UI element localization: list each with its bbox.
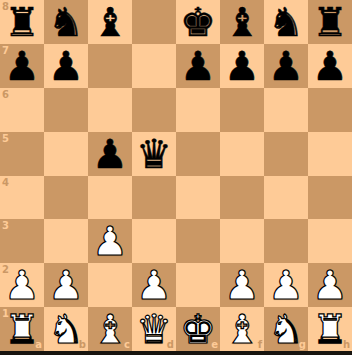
square-b3[interactable] [44, 219, 88, 263]
square-b8[interactable]: ♞ [44, 0, 88, 44]
square-f1[interactable]: f♝ [220, 307, 264, 351]
white-queen[interactable]: ♛ [132, 307, 176, 351]
white-pawn[interactable]: ♟ [44, 263, 88, 307]
black-rook[interactable]: ♜ [308, 0, 352, 44]
square-f6[interactable] [220, 88, 264, 132]
square-h4[interactable] [308, 176, 352, 220]
black-pawn[interactable]: ♟ [0, 44, 44, 88]
square-h3[interactable] [308, 219, 352, 263]
square-e3[interactable] [176, 219, 220, 263]
white-rook[interactable]: ♜ [0, 307, 44, 351]
black-bishop[interactable]: ♝ [220, 0, 264, 44]
rank-label-5: 5 [2, 133, 9, 144]
black-knight[interactable]: ♞ [264, 0, 308, 44]
square-d8[interactable] [132, 0, 176, 44]
square-e8[interactable]: ♚ [176, 0, 220, 44]
white-pawn[interactable]: ♟ [0, 263, 44, 307]
square-g7[interactable]: ♟ [264, 44, 308, 88]
black-pawn[interactable]: ♟ [176, 44, 220, 88]
black-pawn[interactable]: ♟ [264, 44, 308, 88]
square-g2[interactable]: ♟ [264, 263, 308, 307]
square-c1[interactable]: c♝ [88, 307, 132, 351]
square-c5[interactable]: ♟ [88, 132, 132, 176]
square-a1[interactable]: 1a♜ [0, 307, 44, 351]
square-h8[interactable]: ♜ [308, 0, 352, 44]
white-bishop[interactable]: ♝ [220, 307, 264, 351]
black-king[interactable]: ♚ [176, 0, 220, 44]
square-b6[interactable] [44, 88, 88, 132]
rank-label-3: 3 [2, 220, 9, 231]
square-b7[interactable]: ♟ [44, 44, 88, 88]
black-pawn[interactable]: ♟ [220, 44, 264, 88]
square-g8[interactable]: ♞ [264, 0, 308, 44]
square-e6[interactable] [176, 88, 220, 132]
square-g5[interactable] [264, 132, 308, 176]
rank-label-6: 6 [2, 89, 9, 100]
white-pawn[interactable]: ♟ [264, 263, 308, 307]
square-a5[interactable]: 5 [0, 132, 44, 176]
square-d3[interactable] [132, 219, 176, 263]
square-g1[interactable]: g♞ [264, 307, 308, 351]
square-e4[interactable] [176, 176, 220, 220]
square-f8[interactable]: ♝ [220, 0, 264, 44]
square-d5[interactable]: ♛ [132, 132, 176, 176]
white-pawn[interactable]: ♟ [88, 219, 132, 263]
square-a8[interactable]: 8♜ [0, 0, 44, 44]
black-queen[interactable]: ♛ [132, 132, 176, 176]
square-e1[interactable]: e♚ [176, 307, 220, 351]
square-h2[interactable]: ♟ [308, 263, 352, 307]
square-h1[interactable]: h♜ [308, 307, 352, 351]
square-a7[interactable]: 7♟ [0, 44, 44, 88]
square-f7[interactable]: ♟ [220, 44, 264, 88]
white-pawn[interactable]: ♟ [220, 263, 264, 307]
black-pawn[interactable]: ♟ [88, 132, 132, 176]
square-c6[interactable] [88, 88, 132, 132]
square-e5[interactable] [176, 132, 220, 176]
black-pawn[interactable]: ♟ [44, 44, 88, 88]
square-f5[interactable] [220, 132, 264, 176]
chess-board: 8♜♞♝♚♝♞♜7♟♟♟♟♟♟65♟♛43♟2♟♟♟♟♟♟1a♜b♞c♝d♛e♚… [0, 0, 352, 351]
white-king[interactable]: ♚ [176, 307, 220, 351]
square-f3[interactable] [220, 219, 264, 263]
square-h6[interactable] [308, 88, 352, 132]
white-pawn[interactable]: ♟ [308, 263, 352, 307]
black-bishop[interactable]: ♝ [88, 0, 132, 44]
square-g6[interactable] [264, 88, 308, 132]
square-c3[interactable]: ♟ [88, 219, 132, 263]
square-g3[interactable] [264, 219, 308, 263]
black-rook[interactable]: ♜ [0, 0, 44, 44]
square-b2[interactable]: ♟ [44, 263, 88, 307]
rank-label-4: 4 [2, 177, 9, 188]
white-pawn[interactable]: ♟ [132, 263, 176, 307]
white-knight[interactable]: ♞ [264, 307, 308, 351]
square-h5[interactable] [308, 132, 352, 176]
bottom-bar [0, 351, 352, 355]
square-c7[interactable] [88, 44, 132, 88]
square-a2[interactable]: 2♟ [0, 263, 44, 307]
chessboard-screenshot: 8♜♞♝♚♝♞♜7♟♟♟♟♟♟65♟♛43♟2♟♟♟♟♟♟1a♜b♞c♝d♛e♚… [0, 0, 352, 355]
black-knight[interactable]: ♞ [44, 0, 88, 44]
square-g4[interactable] [264, 176, 308, 220]
square-a4[interactable]: 4 [0, 176, 44, 220]
white-rook[interactable]: ♜ [308, 307, 352, 351]
square-d1[interactable]: d♛ [132, 307, 176, 351]
square-a3[interactable]: 3 [0, 219, 44, 263]
square-b1[interactable]: b♞ [44, 307, 88, 351]
square-e7[interactable]: ♟ [176, 44, 220, 88]
square-d2[interactable]: ♟ [132, 263, 176, 307]
square-c2[interactable] [88, 263, 132, 307]
square-f2[interactable]: ♟ [220, 263, 264, 307]
square-e2[interactable] [176, 263, 220, 307]
white-knight[interactable]: ♞ [44, 307, 88, 351]
square-h7[interactable]: ♟ [308, 44, 352, 88]
square-d7[interactable] [132, 44, 176, 88]
square-f4[interactable] [220, 176, 264, 220]
square-c8[interactable]: ♝ [88, 0, 132, 44]
white-bishop[interactable]: ♝ [88, 307, 132, 351]
black-pawn[interactable]: ♟ [308, 44, 352, 88]
square-b5[interactable] [44, 132, 88, 176]
square-b4[interactable] [44, 176, 88, 220]
square-a6[interactable]: 6 [0, 88, 44, 132]
square-c4[interactable] [88, 176, 132, 220]
square-d6[interactable] [132, 88, 176, 132]
square-d4[interactable] [132, 176, 176, 220]
